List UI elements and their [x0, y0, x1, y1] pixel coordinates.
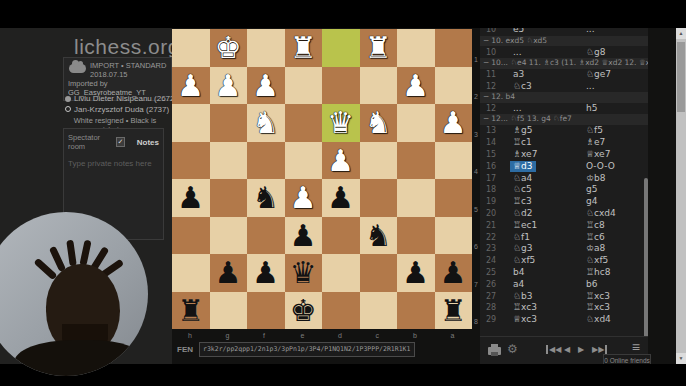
square-d8[interactable] — [322, 292, 360, 330]
scrollbar-thumb[interactable] — [677, 42, 685, 112]
black-move-28[interactable]: ♖xc3 — [583, 302, 613, 313]
tab-notes[interactable]: Notes — [137, 138, 159, 147]
move-number: 12 — [480, 104, 508, 113]
square-d5[interactable]: ♟ — [322, 179, 360, 217]
move-row-21: 21♖ec1♖c8 — [480, 219, 648, 231]
square-c5[interactable] — [360, 179, 398, 217]
square-h2[interactable]: ♟ — [172, 67, 210, 105]
square-c2[interactable] — [360, 67, 398, 105]
variation-moves[interactable]: 12. b4 — [491, 92, 515, 101]
square-h7[interactable] — [172, 254, 210, 292]
black-player-color-icon — [65, 106, 71, 112]
move-number: 15 — [480, 150, 508, 159]
square-b1[interactable] — [397, 29, 435, 67]
white-move-28[interactable]: ♖xc3 — [510, 302, 540, 313]
white-move-11[interactable]: a3 — [510, 69, 527, 80]
square-b6[interactable] — [397, 217, 435, 255]
white-move-20[interactable]: ♘d2 — [510, 208, 536, 219]
square-g6[interactable] — [210, 217, 248, 255]
file-coord-b: b — [413, 332, 417, 339]
square-e5[interactable]: ♟ — [285, 179, 323, 217]
move-row-29: 29♕xc3♘xd4 — [480, 314, 648, 326]
piece-wP-g2[interactable]: ♟ — [210, 67, 248, 105]
square-a6[interactable] — [435, 217, 473, 255]
square-f8[interactable] — [247, 292, 285, 330]
move-number: 21 — [480, 221, 508, 230]
spectator-room-checkbox[interactable]: ✓ — [116, 137, 125, 147]
move-row-12: 12...h5 — [480, 103, 648, 115]
piece-bN-c6[interactable]: ♞ — [360, 217, 398, 255]
square-c4[interactable] — [360, 142, 398, 180]
move-number: 27 — [480, 292, 508, 301]
black-move-12[interactable]: ... — [583, 81, 598, 92]
piece-wP-a3[interactable]: ♟ — [435, 104, 473, 142]
collapse-variation-icon[interactable]: − — [483, 114, 489, 123]
white-move-16[interactable]: ♕d3 — [510, 161, 536, 172]
black-move-29[interactable]: ♘xd4 — [583, 314, 614, 325]
piece-bQ-e7[interactable]: ♛ — [285, 254, 323, 292]
print-icon[interactable] — [488, 347, 501, 355]
move-row-11: 11a3♘ge7 — [480, 69, 648, 81]
move-row-22: 22♘f1♖c6 — [480, 231, 648, 243]
square-f2[interactable]: ♟ — [247, 67, 285, 105]
move-number: 11 — [480, 70, 508, 79]
black-move-10[interactable]: ... — [583, 28, 598, 35]
move-list[interactable]: 10e5...−10. exd5 ♘xd510...♘g8−10... ♘e4 … — [480, 28, 648, 336]
black-move-20[interactable]: ♘cxd4 — [583, 208, 619, 219]
move-row-13: 13♗g5♘f5 — [480, 125, 648, 137]
rank-coord-4: 4 — [474, 168, 478, 175]
piece-bP-h5[interactable]: ♟ — [172, 179, 210, 217]
move-row-16: 16♕d3O-O-O — [480, 160, 648, 172]
square-f7[interactable]: ♟ — [247, 254, 285, 292]
move-number: 29 — [480, 315, 508, 324]
square-b3[interactable] — [397, 104, 435, 142]
white-move-12[interactable]: ♘c3 — [510, 81, 535, 92]
black-move-17[interactable]: ♔b8 — [583, 173, 609, 184]
rank-coord-8: 8 — [474, 318, 478, 325]
collapse-variation-icon[interactable]: − — [483, 36, 489, 45]
piece-wP-b2[interactable]: ♟ — [397, 67, 435, 105]
square-a1[interactable] — [435, 29, 473, 67]
white-move-13[interactable]: ♗g5 — [510, 125, 536, 136]
black-move-22[interactable]: ♖c6 — [583, 232, 608, 243]
piece-bP-f7[interactable]: ♟ — [247, 254, 285, 292]
white-move-26[interactable]: a4 — [510, 279, 527, 290]
move-number: 13 — [480, 126, 508, 135]
white-move-21[interactable]: ♖ec1 — [510, 220, 540, 231]
black-move-16[interactable]: O-O-O — [583, 161, 618, 172]
piece-wP-h2[interactable]: ♟ — [172, 67, 210, 105]
square-a5[interactable] — [435, 179, 473, 217]
tab-spectator-room[interactable]: Spectator room — [68, 133, 110, 151]
browser-scrollbar[interactable]: ▲ ▼ — [676, 28, 686, 364]
piece-bR-a8[interactable]: ♜ — [435, 292, 473, 330]
notes-input[interactable]: Type private notes here — [64, 154, 163, 173]
move-number: 20 — [480, 209, 508, 218]
piece-bR-h8[interactable]: ♜ — [172, 292, 210, 330]
file-coord-d: d — [338, 332, 342, 339]
square-h3[interactable] — [172, 104, 210, 142]
piece-wP-e5[interactable]: ♟ — [285, 179, 323, 217]
move-row-27: 27♘b3♖xc3 — [480, 290, 648, 302]
black-move-10[interactable]: ♘g8 — [583, 47, 609, 58]
square-a2[interactable] — [435, 67, 473, 105]
rank-coord-7: 7 — [474, 281, 478, 288]
square-g7[interactable]: ♟ — [210, 254, 248, 292]
movelist-scrollbar-thumb[interactable] — [644, 178, 648, 336]
square-g8[interactable] — [210, 292, 248, 330]
game-date: 2018.07.15 — [90, 70, 167, 79]
file-coord-e: e — [301, 332, 305, 339]
white-move-15[interactable]: ♗xe7 — [510, 149, 540, 160]
scrollbar-down-arrow[interactable]: ▼ — [676, 353, 686, 364]
square-f4[interactable] — [247, 142, 285, 180]
letterbox-bottom — [0, 364, 686, 386]
webcam-silhouette — [79, 240, 91, 267]
variation-line[interactable]: −10... ♘e4 11. ♗c3 (11. ♗xd2 ♕xd2 12. ♕x… — [480, 58, 648, 69]
rank-coord-3: 3 — [474, 131, 478, 138]
move-row-19: 19♖c3g4 — [480, 196, 648, 208]
black-move-24[interactable]: ♘xf5 — [583, 255, 611, 266]
move-number: 10 — [480, 28, 508, 34]
square-d6[interactable] — [322, 217, 360, 255]
square-e8[interactable]: ♚ — [285, 292, 323, 330]
black-move-12[interactable]: h5 — [583, 103, 600, 114]
black-move-23[interactable]: ♔a8 — [583, 243, 608, 254]
piece-bP-g7[interactable]: ♟ — [210, 254, 248, 292]
video-frame: lichess.org IMPORT • STANDARD 2018.07.15… — [0, 0, 686, 386]
fen-label: FEN — [177, 345, 193, 354]
square-b8[interactable] — [397, 292, 435, 330]
black-move-19[interactable]: g4 — [583, 196, 600, 207]
collapse-variation-icon[interactable]: − — [483, 58, 489, 67]
chess-board[interactable]: ♚♜♜♟♟♟♟♞♛♞♟♟♟♞♟♟♟♞♟♟♛♟♟♜♚♜ — [172, 29, 472, 329]
game-source: IMPORT • STANDARD — [90, 61, 167, 70]
black-move-11[interactable]: ♘ge7 — [583, 69, 614, 80]
gear-icon[interactable]: ⚙ — [507, 342, 518, 356]
square-e6[interactable]: ♟ — [285, 217, 323, 255]
piece-bP-e6[interactable]: ♟ — [285, 217, 323, 255]
square-g1[interactable]: ♚ — [210, 29, 248, 67]
white-move-19[interactable]: ♖c3 — [510, 196, 535, 207]
move-number: 16 — [480, 162, 508, 171]
move-row-28: 28♖xc3♖xc3 — [480, 302, 648, 314]
first-move-button[interactable]: ◀◀ — [546, 345, 561, 354]
black-move-13[interactable]: ♘f5 — [583, 125, 606, 136]
square-d3[interactable]: ♛ — [322, 104, 360, 142]
white-move-27[interactable]: ♘b3 — [510, 291, 536, 302]
white-move-23[interactable]: ♘g3 — [510, 243, 536, 254]
previous-move-button[interactable]: ◀ — [564, 345, 570, 354]
square-e1[interactable]: ♜ — [285, 29, 323, 67]
move-number: 23 — [480, 244, 508, 253]
move-number: 17 — [480, 174, 508, 183]
white-move-29[interactable]: ♕xc3 — [510, 314, 540, 325]
square-e4[interactable] — [285, 142, 323, 180]
piece-wP-d4[interactable]: ♟ — [322, 142, 360, 180]
piece-wN-f3[interactable]: ♞ — [247, 104, 285, 142]
square-b4[interactable] — [397, 142, 435, 180]
piece-wQ-d3[interactable]: ♛ — [322, 104, 360, 142]
move-row-15: 15♗xe7♕xe7 — [480, 149, 648, 161]
piece-wR-e1[interactable]: ♜ — [285, 29, 323, 67]
square-a7[interactable]: ♟ — [435, 254, 473, 292]
move-number: 26 — [480, 280, 508, 289]
white-move-25[interactable]: b4 — [510, 267, 527, 278]
move-number: 25 — [480, 268, 508, 277]
white-move-17[interactable]: ♘a4 — [510, 173, 535, 184]
square-h6[interactable] — [172, 217, 210, 255]
white-player-name: Liviu Dieter Nisipeanu (2672) — [74, 94, 177, 103]
letterbox-top — [0, 0, 686, 28]
square-c7[interactable] — [360, 254, 398, 292]
square-d2[interactable] — [322, 67, 360, 105]
webcam-silhouette — [66, 240, 77, 267]
move-row-23: 23♘g3♔a8 — [480, 243, 648, 255]
square-b5[interactable] — [397, 179, 435, 217]
white-move-12[interactable]: ... — [510, 103, 525, 114]
square-h8[interactable]: ♜ — [172, 292, 210, 330]
variation-moves[interactable]: 10. exd5 ♘xd5 — [491, 36, 547, 45]
rank-coord-5: 5 — [474, 206, 478, 213]
white-move-10[interactable]: ... — [510, 47, 525, 58]
square-a3[interactable]: ♟ — [435, 104, 473, 142]
move-number: 10 — [480, 48, 508, 57]
piece-wP-f2[interactable]: ♟ — [247, 67, 285, 105]
rank-coord-1: 1 — [474, 56, 478, 63]
square-e7[interactable]: ♛ — [285, 254, 323, 292]
file-coord-c: c — [376, 332, 380, 339]
move-number: 14 — [480, 138, 508, 147]
square-f3[interactable]: ♞ — [247, 104, 285, 142]
black-move-14[interactable]: ♗e7 — [583, 137, 608, 148]
move-number: 28 — [480, 303, 508, 312]
move-number: 22 — [480, 233, 508, 242]
square-a8[interactable]: ♜ — [435, 292, 473, 330]
import-cloud-icon — [69, 64, 86, 73]
square-c3[interactable]: ♞ — [360, 104, 398, 142]
square-g2[interactable]: ♟ — [210, 67, 248, 105]
black-move-21[interactable]: ♖c8 — [583, 220, 608, 231]
piece-wR-c1[interactable]: ♜ — [360, 29, 398, 67]
square-e2[interactable] — [285, 67, 323, 105]
square-g3[interactable] — [210, 104, 248, 142]
black-move-26[interactable]: b6 — [583, 279, 600, 290]
file-coord-f: f — [263, 332, 265, 339]
fen-input[interactable]: r3k2r/pp2qpp1/2n1p3/3pPn1p/3P4/P1NQ1N2/1… — [199, 342, 415, 357]
chat-tabs: Spectator room ✓ Notes — [64, 129, 163, 154]
piece-bP-a7[interactable]: ♟ — [435, 254, 473, 292]
white-move-10[interactable]: e5 — [510, 28, 527, 35]
menu-icon[interactable]: ≡ — [632, 339, 640, 355]
move-row-25: 25b4♖hc8 — [480, 267, 648, 279]
square-b2[interactable]: ♟ — [397, 67, 435, 105]
black-move-18[interactable]: g5 — [583, 184, 600, 195]
black-player-name: Jan-Krzysztof Duda (2737) — [74, 105, 169, 114]
square-f6[interactable] — [247, 217, 285, 255]
file-coord-a: a — [451, 332, 455, 339]
collapse-variation-icon[interactable]: − — [483, 92, 489, 101]
white-move-24[interactable]: ♘xf5 — [510, 255, 538, 266]
white-move-18[interactable]: ♘c5 — [510, 184, 535, 195]
file-coord-h: h — [188, 332, 192, 339]
black-move-15[interactable]: ♕xe7 — [583, 149, 613, 160]
variation-line[interactable]: −10. exd5 ♘xd5 — [480, 36, 648, 47]
move-number: 19 — [480, 197, 508, 206]
square-c8[interactable] — [360, 292, 398, 330]
square-f5[interactable]: ♞ — [247, 179, 285, 217]
black-player-row[interactable]: Jan-Krzysztof Duda (2737) — [65, 105, 169, 116]
analysis-controls-bar: ⚙ ◀◀ ◀ ▶ ▶▶ ≡ 0 Online friends — [480, 336, 648, 365]
square-h4[interactable] — [172, 142, 210, 180]
move-row-14: 14♖c1♗e7 — [480, 137, 648, 149]
move-row-26: 26a4b6 — [480, 278, 648, 290]
square-a4[interactable] — [435, 142, 473, 180]
move-row-10: 10e5... — [480, 28, 648, 36]
move-row-17: 17♘a4♔b8 — [480, 172, 648, 184]
rank-coord-2: 2 — [474, 93, 478, 100]
white-player-color-icon — [65, 96, 71, 102]
move-number: 12 — [480, 82, 508, 91]
white-move-14[interactable]: ♖c1 — [510, 137, 535, 148]
next-move-button[interactable]: ▶ — [578, 345, 584, 354]
square-e3[interactable] — [285, 104, 323, 142]
square-h5[interactable]: ♟ — [172, 179, 210, 217]
square-d4[interactable]: ♟ — [322, 142, 360, 180]
move-row-24: 24♘xf5♘xf5 — [480, 255, 648, 267]
move-row-20: 20♘d2♘cxd4 — [480, 208, 648, 220]
move-row-18: 18♘c5g5 — [480, 184, 648, 196]
square-f1[interactable] — [247, 29, 285, 67]
move-row-12: 12♘c3... — [480, 80, 648, 92]
move-number: 24 — [480, 256, 508, 265]
white-player-row[interactable]: Liviu Dieter Nisipeanu (2672) — [65, 94, 169, 105]
lichess-logo[interactable]: lichess.org — [74, 35, 180, 59]
square-g5[interactable] — [210, 179, 248, 217]
piece-wN-c3[interactable]: ♞ — [360, 104, 398, 142]
players-block: Liviu Dieter Nisipeanu (2672) Jan-Krzysz… — [65, 94, 169, 115]
piece-bN-f5[interactable]: ♞ — [247, 179, 285, 217]
square-d7[interactable] — [322, 254, 360, 292]
black-move-25[interactable]: ♖hc8 — [583, 267, 613, 278]
piece-wK-g1[interactable]: ♚ — [210, 29, 248, 67]
black-move-27[interactable]: ♖xc3 — [583, 291, 613, 302]
square-g4[interactable] — [210, 142, 248, 180]
move-number: 18 — [480, 185, 508, 194]
variation-line[interactable]: −12. b4 — [480, 92, 648, 103]
square-h1[interactable] — [172, 29, 210, 67]
square-c6[interactable]: ♞ — [360, 217, 398, 255]
square-d1[interactable] — [322, 29, 360, 67]
piece-bK-e8[interactable]: ♚ — [285, 292, 323, 330]
piece-bP-d5[interactable]: ♟ — [322, 179, 360, 217]
move-row-10: 10...♘g8 — [480, 46, 648, 58]
piece-bP-b7[interactable]: ♟ — [397, 254, 435, 292]
square-c1[interactable]: ♜ — [360, 29, 398, 67]
variation-moves[interactable]: 10... ♘e4 11. ♗c3 (11. ♗xd2 ♕xd2 12. ♕xd… — [491, 58, 648, 67]
imported-by-label: Imported by — [68, 79, 167, 88]
square-b7[interactable]: ♟ — [397, 254, 435, 292]
white-move-22[interactable]: ♘f1 — [510, 232, 533, 243]
variation-line[interactable]: −12... ♘f5 13. g4 ♘fe7 — [480, 114, 648, 125]
variation-moves[interactable]: 12... ♘f5 13. g4 ♘fe7 — [491, 114, 572, 123]
scrollbar-up-arrow[interactable]: ▲ — [676, 28, 686, 39]
file-coord-g: g — [226, 332, 230, 339]
rank-coord-6: 6 — [474, 243, 478, 250]
last-move-button[interactable]: ▶▶ — [592, 345, 607, 354]
